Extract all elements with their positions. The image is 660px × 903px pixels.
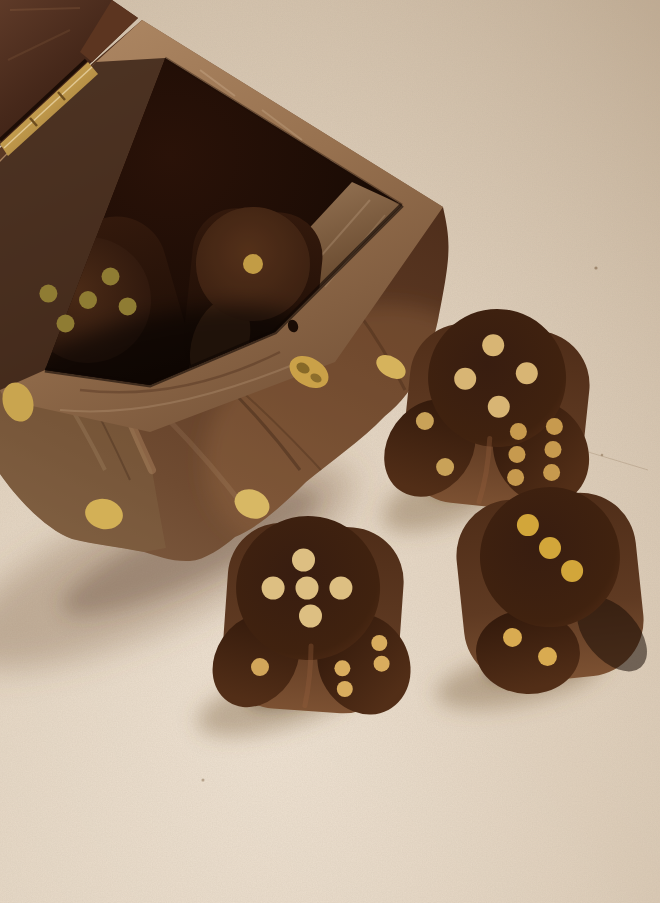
brass-pip [57, 315, 75, 333]
brass-pip [517, 514, 539, 536]
brass-pip [546, 418, 563, 435]
brass-pip [454, 368, 476, 390]
brass-pip [510, 423, 527, 440]
brass-pip [299, 605, 322, 628]
brass-pip [374, 656, 390, 672]
brass-pip [292, 549, 315, 572]
brass-pip [507, 469, 524, 486]
brass-pip [329, 577, 352, 600]
brass-pip [371, 635, 387, 651]
brass-pip [251, 658, 269, 676]
brass-pip [509, 446, 526, 463]
brass-pip [503, 628, 522, 647]
brass-pip [538, 647, 557, 666]
brass-pip [296, 577, 319, 600]
brass-pip [545, 441, 562, 458]
brass-pip [561, 560, 583, 582]
photo-wooden-dice-set [0, 0, 660, 903]
brass-pip [488, 396, 510, 418]
die-in-box-b-pips [243, 254, 263, 274]
brass-pip [39, 285, 57, 303]
dice-photo-canvas [0, 0, 660, 903]
brass-pip [539, 537, 561, 559]
brass-pip [79, 291, 97, 309]
brass-pip [436, 458, 454, 476]
die-2-left-pips [251, 658, 269, 676]
brass-pip [543, 464, 560, 481]
brass-pip [416, 412, 434, 430]
brass-pip [334, 660, 350, 676]
brass-pip [262, 577, 285, 600]
brass-pip [337, 681, 353, 697]
brass-pip [243, 254, 263, 274]
brass-pip [119, 297, 137, 315]
brass-pip [516, 362, 538, 384]
brass-pip [102, 268, 120, 286]
brass-pip [482, 334, 504, 356]
